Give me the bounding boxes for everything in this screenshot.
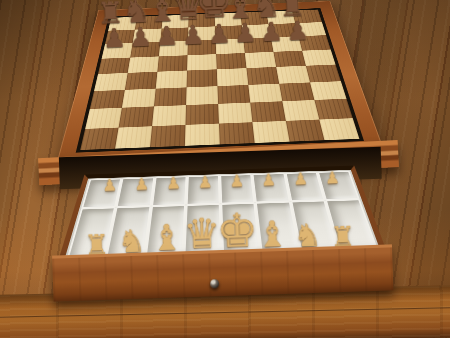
light-pawn[interactable]: ♟ <box>166 175 181 191</box>
light-pawn[interactable]: ♟ <box>198 174 213 190</box>
light-pawn[interactable]: ♟ <box>293 171 308 187</box>
light-pawn[interactable]: ♟ <box>134 176 149 192</box>
light-pawn[interactable]: ♟ <box>261 172 276 188</box>
light-king[interactable]: ♚ <box>216 207 259 254</box>
light-pawn[interactable]: ♟ <box>229 173 244 189</box>
light-pawn[interactable]: ♟ <box>325 170 340 186</box>
light-pawn[interactable]: ♟ <box>102 177 117 193</box>
storage-drawer: ♟♟♟♟♟♟♟♟♜♞♝♛♚♝♞♜ <box>0 0 450 338</box>
drawer-front-panel[interactable] <box>52 244 393 301</box>
chess-case-photo: ♜♞♝♛♚♝♞♜♟♟♟♟♟♟♟♟ ♟♟♟♟♟♟♟♟♜♞♝♛♚♝♞♜ <box>0 0 450 338</box>
